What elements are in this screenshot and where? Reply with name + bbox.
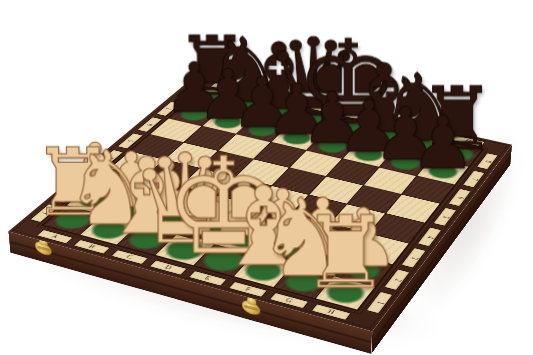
rank-label-right-1-text: 1 xyxy=(374,300,385,305)
rank-label-right-8-text: 8 xyxy=(483,159,493,163)
rank-label-right-6-text: 6 xyxy=(455,195,465,199)
rank-label-right-7-text: 7 xyxy=(469,177,479,181)
file-label-back-c-text: C xyxy=(288,100,296,104)
rank-label-right-2-text: 2 xyxy=(392,277,403,282)
file-label-front-e-text: E xyxy=(203,275,212,281)
file-label-back-b-text: B xyxy=(255,93,263,97)
file-label-back-e-text: E xyxy=(357,115,364,119)
file-label-front-g-text: G xyxy=(284,297,294,304)
square-h6[interactable] xyxy=(402,176,454,203)
rank-label-left-8-text: 8 xyxy=(182,92,191,95)
file-label-back-h-text: H xyxy=(464,139,472,144)
file-label-front-c-text: C xyxy=(125,254,135,260)
brass-clasp-icon xyxy=(242,299,260,316)
chess-scene: ♜♞♝♛♚♝♞♜♟♟♟♟♟♟♟♟♟♟♟♟♟♟♟♟♜♞♝♛♚♝♞♜ AA88BB7… xyxy=(0,0,533,355)
square-h1[interactable]: ♜ xyxy=(316,276,375,309)
file-label-back-a-text: A xyxy=(222,85,230,89)
file-label-front-d-text: D xyxy=(163,264,173,270)
piece-white-rook-h1[interactable]: ♜ xyxy=(300,202,390,302)
rank-label-left-6-text: 6 xyxy=(145,123,154,126)
file-label-back-g-text: G xyxy=(428,131,436,136)
product-photo-page: ♜♞♝♛♚♝♞♜♟♟♟♟♟♟♟♟♟♟♟♟♟♟♟♟♜♞♝♛♚♝♞♜ AA88BB7… xyxy=(0,0,533,355)
rank-label-right-5-text: 5 xyxy=(440,215,450,219)
file-label-back-f-text: F xyxy=(392,123,399,127)
rank-label-right-4-text: 4 xyxy=(424,235,434,239)
file-label-front-f-text: F xyxy=(243,286,252,292)
file-label-back-d-text: D xyxy=(322,107,330,111)
file-label-front-a-text: A xyxy=(50,234,60,240)
file-label-front-b-text: B xyxy=(87,244,97,250)
rank-label-right-3-text: 3 xyxy=(408,256,419,260)
file-label-front-h-text: H xyxy=(326,309,336,316)
rank-label-left-7-text: 7 xyxy=(164,107,173,110)
